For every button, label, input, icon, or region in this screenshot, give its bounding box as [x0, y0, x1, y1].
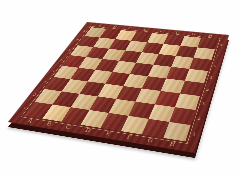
square-h8[interactable]	[197, 38, 218, 50]
square-g7[interactable]	[176, 46, 198, 58]
chessboard-photo: ABCDEFGH ABCDEFGH 87654321 87654321	[0, 0, 240, 176]
square-h1[interactable]	[163, 122, 190, 142]
board-grid	[24, 27, 218, 141]
chessboard: ABCDEFGH ABCDEFGH 87654321 87654321	[8, 22, 229, 153]
